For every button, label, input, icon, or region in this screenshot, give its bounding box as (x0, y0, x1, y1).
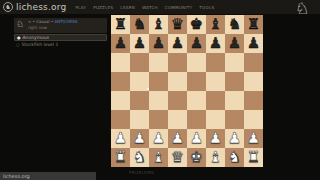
square-b1[interactable]: ♞ (130, 148, 149, 167)
square-b8[interactable]: ♞ (130, 15, 149, 34)
black-bishop[interactable]: ♝ (152, 15, 165, 34)
square-h4[interactable] (244, 91, 263, 110)
black-king[interactable]: ♚ (190, 15, 203, 34)
black-pawn[interactable]: ♟ (247, 34, 260, 53)
square-c8[interactable]: ♝ (149, 15, 168, 34)
square-c4[interactable] (149, 91, 168, 110)
white-rook[interactable]: ♜ (114, 148, 127, 167)
nav-item-puzzles[interactable]: PUZZLES (93, 5, 113, 10)
square-b4[interactable] (130, 91, 149, 110)
square-g6[interactable] (225, 53, 244, 72)
square-d3[interactable] (168, 110, 187, 129)
white-king[interactable]: ♚ (190, 148, 203, 167)
player-name: Stockfish level 1 (22, 42, 59, 47)
square-b6[interactable] (130, 53, 149, 72)
square-g1[interactable]: ♞ (225, 148, 244, 167)
top-nav-bar: ♞ lichess.org PLAYPUZZLESLEARNWATCHCOMMU… (0, 0, 320, 14)
black-knight[interactable]: ♞ (228, 15, 241, 34)
square-e8[interactable]: ♚ (187, 15, 206, 34)
nav-item-community[interactable]: COMMUNITY (165, 5, 193, 10)
square-e4[interactable] (187, 91, 206, 110)
square-e6[interactable] (187, 53, 206, 72)
square-d2[interactable]: ♟ (168, 129, 187, 148)
black-knight[interactable]: ♞ (133, 15, 146, 34)
square-f3[interactable] (206, 110, 225, 129)
square-f8[interactable]: ♝ (206, 15, 225, 34)
square-h6[interactable] (244, 53, 263, 72)
square-c6[interactable] (149, 53, 168, 72)
white-pawn[interactable]: ♟ (152, 129, 165, 148)
square-h2[interactable]: ♟ (244, 129, 263, 148)
browser-status-bar: lichess.org (0, 172, 96, 180)
square-g2[interactable]: ♟ (225, 129, 244, 148)
square-f2[interactable]: ♟ (206, 129, 225, 148)
black-pawn[interactable]: ♟ (114, 34, 127, 53)
square-a8[interactable]: ♜ (111, 15, 130, 34)
square-g4[interactable] (225, 91, 244, 110)
square-d8[interactable]: ♛ (168, 15, 187, 34)
black-pawn[interactable]: ♟ (133, 34, 146, 53)
square-f6[interactable] (206, 53, 225, 72)
square-g8[interactable]: ♞ (225, 15, 244, 34)
square-e7[interactable]: ♟ (187, 34, 206, 53)
square-f7[interactable]: ♟ (206, 34, 225, 53)
nav-item-play[interactable]: PLAY (75, 5, 86, 10)
square-g7[interactable]: ♟ (225, 34, 244, 53)
square-h1[interactable]: ♜ (244, 148, 263, 167)
square-c7[interactable]: ♟ (149, 34, 168, 53)
square-a4[interactable] (111, 91, 130, 110)
square-f5[interactable] (206, 72, 225, 91)
nav-item-watch[interactable]: WATCH (142, 5, 158, 10)
square-h7[interactable]: ♟ (244, 34, 263, 53)
white-pawn[interactable]: ♟ (247, 129, 260, 148)
lichess-game-page: ♞ lichess.org PLAYPUZZLESLEARNWATCHCOMMU… (0, 0, 320, 180)
nav-item-learn[interactable]: LEARN (120, 5, 135, 10)
square-a3[interactable] (111, 110, 130, 129)
underboard-link[interactable]: PROBLEMS (129, 170, 154, 175)
white-queen[interactable]: ♛ (171, 148, 184, 167)
white-pawn[interactable]: ♟ (133, 129, 146, 148)
player-row[interactable]: ●Anonymous (14, 34, 107, 41)
nav-item-tools[interactable]: TOOLS (199, 5, 214, 10)
square-d1[interactable]: ♛ (168, 148, 187, 167)
square-d6[interactable] (168, 53, 187, 72)
square-a1[interactable]: ♜ (111, 148, 130, 167)
game-time-ago: right now (28, 25, 77, 30)
square-a7[interactable]: ♟ (111, 34, 130, 53)
player-name: Anonymous (23, 35, 50, 40)
white-knight-icon: ♘ (295, 0, 309, 18)
square-f1[interactable]: ♝ (206, 148, 225, 167)
square-h8[interactable]: ♜ (244, 15, 263, 34)
square-c2[interactable]: ♟ (149, 129, 168, 148)
square-b7[interactable]: ♟ (130, 34, 149, 53)
lichess-logo-icon[interactable]: ♞ (3, 2, 13, 12)
black-queen[interactable]: ♛ (171, 15, 184, 34)
white-pawn[interactable]: ♟ (209, 129, 222, 148)
square-f4[interactable] (206, 91, 225, 110)
square-c1[interactable]: ♝ (149, 148, 168, 167)
square-a6[interactable] (111, 53, 130, 72)
black-rook[interactable]: ♜ (114, 15, 127, 34)
main-nav: PLAYPUZZLESLEARNWATCHCOMMUNITYTOOLS (75, 5, 214, 10)
square-b2[interactable]: ♟ (130, 129, 149, 148)
square-a2[interactable]: ♟ (111, 129, 130, 148)
black-pawn[interactable]: ♟ (152, 34, 165, 53)
game-info-texts: ∞ • Casual • ANTICHESS right now (28, 19, 77, 30)
square-d4[interactable] (168, 91, 187, 110)
square-e1[interactable]: ♚ (187, 148, 206, 167)
white-knight[interactable]: ♞ (228, 148, 241, 167)
chess-board[interactable]: ♜♞♝♛♚♝♞♜♟♟♟♟♟♟♟♟♟♟♟♟♟♟♟♟♜♞♝♛♚♝♞♜ (111, 15, 263, 167)
square-g5[interactable] (225, 72, 244, 91)
circle-outline-icon: ○ (16, 42, 20, 47)
square-b3[interactable] (130, 110, 149, 129)
square-c5[interactable] (149, 72, 168, 91)
square-g3[interactable] (225, 110, 244, 129)
white-pawn[interactable]: ♟ (114, 129, 127, 148)
player-row[interactable]: ○Stockfish level 1 (14, 41, 107, 48)
white-bishop[interactable]: ♝ (209, 148, 222, 167)
square-h5[interactable] (244, 72, 263, 91)
square-a5[interactable] (111, 72, 130, 91)
game-info-box: ♘ ∞ • Casual • ANTICHESS right now (14, 18, 107, 33)
square-h3[interactable] (244, 110, 263, 129)
square-c3[interactable] (149, 110, 168, 129)
square-e5[interactable] (187, 72, 206, 91)
white-knight[interactable]: ♞ (133, 148, 146, 167)
black-pawn[interactable]: ♟ (228, 34, 241, 53)
white-pawn[interactable]: ♟ (228, 129, 241, 148)
white-disc-icon: ● (17, 35, 21, 40)
black-rook[interactable]: ♜ (247, 15, 260, 34)
cursor-dot (147, 88, 149, 90)
players-box: ●Anonymous○Stockfish level 1 (14, 34, 107, 48)
knight-thumbnail-icon: ♘ (16, 19, 26, 30)
white-pawn[interactable]: ♟ (171, 129, 184, 148)
white-pawn[interactable]: ♟ (190, 129, 203, 148)
lichess-logo-text[interactable]: lichess.org (16, 2, 66, 12)
black-pawn[interactable]: ♟ (209, 34, 222, 53)
square-e2[interactable]: ♟ (187, 129, 206, 148)
game-meta-prefix: ∞ • Casual • (28, 19, 53, 24)
square-e3[interactable] (187, 110, 206, 129)
black-pawn[interactable]: ♟ (190, 34, 203, 53)
square-d7[interactable]: ♟ (168, 34, 187, 53)
white-rook[interactable]: ♜ (247, 148, 260, 167)
variant-link[interactable]: ANTICHESS (55, 19, 78, 24)
square-d5[interactable] (168, 72, 187, 91)
black-pawn[interactable]: ♟ (171, 34, 184, 53)
white-bishop[interactable]: ♝ (152, 148, 165, 167)
black-bishop[interactable]: ♝ (209, 15, 222, 34)
